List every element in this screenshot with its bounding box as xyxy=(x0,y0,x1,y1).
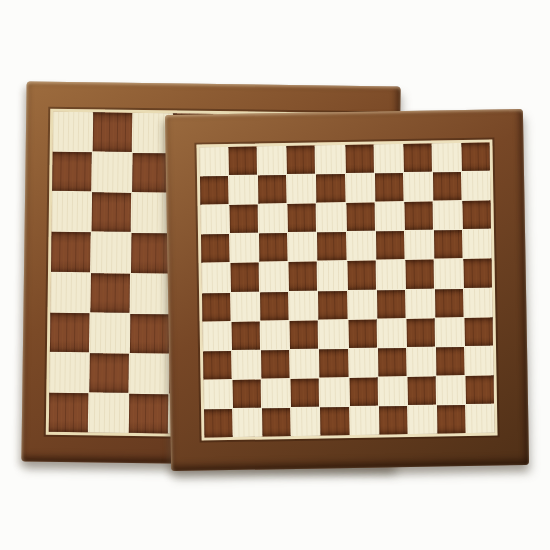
draughts-board-10x10-square-r10c4-light xyxy=(291,407,320,436)
chess-board-8x8-square-r3c1-light xyxy=(52,192,92,232)
draughts-board-10x10-square-r6c8-light xyxy=(406,289,435,318)
draughts-board-10x10-square-r7c5-light xyxy=(319,320,348,349)
draughts-board-10x10-square-r3c10-dark xyxy=(462,201,491,230)
draughts-board-10x10-square-r6c9-dark xyxy=(435,288,464,317)
chess-board-8x8-square-r7c3-light xyxy=(130,354,170,394)
draughts-board-10x10-square-r9c6-dark xyxy=(349,377,378,406)
draughts-board-10x10-square-r6c2-light xyxy=(231,292,260,321)
draughts-board-10x10 xyxy=(165,109,529,471)
draughts-board-10x10-square-r4c9-dark xyxy=(434,230,463,259)
draughts-board-10x10-square-r4c5-dark xyxy=(317,232,346,261)
draughts-board-field xyxy=(199,142,494,437)
chess-board-8x8-square-r6c2-light xyxy=(90,313,130,353)
draughts-board-10x10-square-r4c6-light xyxy=(346,232,375,261)
draughts-board-10x10-square-r10c10-light xyxy=(466,404,495,433)
draughts-board-10x10-square-r2c9-dark xyxy=(433,172,462,201)
draughts-board-10x10-square-r10c2-light xyxy=(233,408,262,437)
draughts-board-10x10-square-r1c7-light xyxy=(374,144,403,173)
draughts-board-10x10-square-r6c3-dark xyxy=(260,292,289,321)
draughts-board-10x10-square-r8c1-dark xyxy=(203,351,232,380)
draughts-board-10x10-square-r9c4-dark xyxy=(291,378,320,407)
product-photo-scene xyxy=(0,0,550,550)
draughts-board-10x10-square-r5c8-dark xyxy=(405,260,434,289)
draughts-board-10x10-square-r7c6-dark xyxy=(348,319,377,348)
draughts-board-10x10-square-r8c4-light xyxy=(290,349,319,378)
chess-board-8x8-square-r1c1-light xyxy=(53,112,93,152)
draughts-board-10x10-square-r5c1-light xyxy=(202,263,231,292)
draughts-board-10x10-square-r5c3-light xyxy=(260,262,289,291)
draughts-board-10x10-square-r1c4-dark xyxy=(287,146,316,175)
draughts-board-10x10-square-r8c6-light xyxy=(349,348,378,377)
chess-board-8x8-square-r7c2-dark xyxy=(89,353,129,393)
chess-board-8x8-square-r2c2-light xyxy=(92,152,132,192)
draughts-board-10x10-square-r7c8-dark xyxy=(406,318,435,347)
chess-board-8x8-square-r2c1-dark xyxy=(52,152,92,192)
draughts-board-10x10-square-r8c3-dark xyxy=(261,350,290,379)
chess-board-8x8-square-r6c3-dark xyxy=(130,314,170,354)
draughts-board-10x10-square-r8c9-dark xyxy=(436,347,465,376)
draughts-board-10x10-square-r10c8-light xyxy=(408,405,437,434)
draughts-board-10x10-square-r4c7-dark xyxy=(376,231,405,260)
draughts-board-10x10-square-r4c4-light xyxy=(288,233,317,262)
draughts-board-10x10-square-r5c2-dark xyxy=(231,263,260,292)
draughts-board-10x10-square-r9c5-light xyxy=(320,378,349,407)
draughts-board-10x10-square-r10c1-dark xyxy=(204,409,233,438)
draughts-board-10x10-square-r1c5-light xyxy=(316,145,345,174)
draughts-board-10x10-square-r4c3-dark xyxy=(259,233,288,262)
chess-board-8x8-square-r6c1-dark xyxy=(50,312,90,352)
draughts-board-10x10-square-r1c6-dark xyxy=(345,145,374,174)
draughts-board-10x10-square-r7c7-light xyxy=(377,319,406,348)
draughts-board-10x10-square-r1c1-light xyxy=(199,147,228,176)
draughts-board-10x10-square-r10c7-dark xyxy=(379,406,408,435)
draughts-board-10x10-square-r6c10-light xyxy=(464,288,493,317)
draughts-board-10x10-square-r2c6-light xyxy=(345,174,374,203)
chess-board-8x8-square-r5c2-dark xyxy=(91,273,131,313)
draughts-board-10x10-square-r4c8-light xyxy=(405,231,434,260)
draughts-board-10x10-square-r10c5-dark xyxy=(320,407,349,436)
draughts-board-10x10-square-r5c9-light xyxy=(434,259,463,288)
chess-board-8x8-square-r8c1-dark xyxy=(49,393,89,433)
draughts-board-10x10-square-r8c8-light xyxy=(407,347,436,376)
draughts-board-10x10-square-r6c1-dark xyxy=(202,293,231,322)
draughts-board-10x10-square-r2c10-light xyxy=(462,172,491,201)
draughts-board-10x10-square-r9c9-light xyxy=(436,376,465,405)
draughts-board-10x10-square-r4c1-dark xyxy=(201,234,230,263)
draughts-board-10x10-square-r10c3-dark xyxy=(262,408,291,437)
chess-board-8x8-square-r5c1-light xyxy=(50,272,90,312)
draughts-board-10x10-square-r5c6-dark xyxy=(347,261,376,290)
draughts-board-10x10-square-r3c5-light xyxy=(317,203,346,232)
draughts-board-10x10-square-r2c2-light xyxy=(229,176,258,205)
draughts-board-10x10-square-r6c4-light xyxy=(289,291,318,320)
draughts-board-10x10-square-r3c1-light xyxy=(201,205,230,234)
chess-board-8x8-square-r8c3-dark xyxy=(129,394,169,434)
draughts-board-10x10-square-r9c10-dark xyxy=(465,375,494,404)
draughts-board-10x10-square-r5c7-light xyxy=(376,260,405,289)
draughts-board-10x10-square-r2c4-light xyxy=(287,175,316,204)
draughts-board-10x10-square-r3c4-dark xyxy=(288,204,317,233)
draughts-board-10x10-square-r3c9-light xyxy=(433,201,462,230)
draughts-board-10x10-square-r1c3-light xyxy=(258,146,287,175)
draughts-board-10x10-square-r6c5-dark xyxy=(318,291,347,320)
draughts-board-10x10-square-r8c2-light xyxy=(232,350,261,379)
draughts-board-10x10-square-r7c2-dark xyxy=(232,321,261,350)
draughts-board-10x10-square-r9c3-light xyxy=(262,379,291,408)
draughts-board-10x10-square-r9c7-light xyxy=(378,377,407,406)
draughts-board-10x10-square-r1c8-dark xyxy=(403,144,432,173)
draughts-board-10x10-square-r1c10-dark xyxy=(461,142,490,171)
chess-board-8x8-square-r3c2-dark xyxy=(92,193,132,233)
draughts-board-10x10-square-r7c10-dark xyxy=(464,317,493,346)
chess-board-8x8-square-r4c2-light xyxy=(91,233,131,273)
draughts-board-10x10-square-r5c4-dark xyxy=(289,262,318,291)
draughts-board-10x10-square-r2c3-dark xyxy=(258,175,287,204)
chess-board-8x8-square-r4c1-dark xyxy=(51,232,91,272)
draughts-board-10x10-square-r7c3-light xyxy=(261,321,290,350)
draughts-board-10x10-square-r8c5-dark xyxy=(319,349,348,378)
draughts-board-10x10-square-r7c4-dark xyxy=(290,320,319,349)
draughts-board-10x10-square-r5c5-light xyxy=(318,261,347,290)
draughts-board-10x10-square-r7c1-light xyxy=(203,322,232,351)
draughts-board-10x10-square-r9c2-dark xyxy=(233,379,262,408)
draughts-board-10x10-square-r2c1-dark xyxy=(200,176,229,205)
draughts-board-10x10-square-r8c7-dark xyxy=(378,348,407,377)
draughts-board-10x10-square-r2c7-dark xyxy=(375,173,404,202)
draughts-board-10x10-square-r2c8-light xyxy=(404,173,433,202)
draughts-board-10x10-square-r5c10-dark xyxy=(463,259,492,288)
draughts-board-10x10-square-r3c2-dark xyxy=(230,205,259,234)
draughts-board-10x10-square-r3c8-dark xyxy=(404,202,433,231)
draughts-board-10x10-square-r2c5-dark xyxy=(316,174,345,203)
draughts-board-10x10-square-r1c2-dark xyxy=(229,147,258,176)
chess-board-8x8-square-r8c2-light xyxy=(89,393,129,433)
draughts-board-10x10-square-r4c10-light xyxy=(463,230,492,259)
draughts-board-maple-inlay-line xyxy=(196,139,497,440)
draughts-board-10x10-square-r3c7-light xyxy=(375,202,404,231)
draughts-board-10x10-square-r3c6-dark xyxy=(346,203,375,232)
draughts-board-10x10-square-r3c3-light xyxy=(259,204,288,233)
draughts-board-10x10-square-r6c7-dark xyxy=(377,289,406,318)
draughts-board-10x10-square-r10c9-dark xyxy=(437,405,466,434)
draughts-board-10x10-square-r7c9-light xyxy=(435,318,464,347)
chess-board-8x8-square-r1c2-dark xyxy=(93,112,133,152)
draughts-board-10x10-square-r1c9-light xyxy=(432,143,461,172)
draughts-board-10x10-square-r9c1-light xyxy=(204,380,233,409)
chess-board-8x8-square-r7c1-light xyxy=(49,353,89,393)
chess-board-8x8-square-r5c3-light xyxy=(131,273,171,313)
draughts-board-10x10-square-r9c8-dark xyxy=(407,376,436,405)
draughts-board-10x10-square-r6c6-light xyxy=(348,290,377,319)
draughts-board-10x10-square-r10c6-light xyxy=(350,406,379,435)
draughts-board-10x10-square-r4c2-light xyxy=(230,234,259,263)
chess-board-8x8-square-r4c3-dark xyxy=(131,233,171,273)
draughts-board-10x10-square-r8c10-light xyxy=(465,346,494,375)
